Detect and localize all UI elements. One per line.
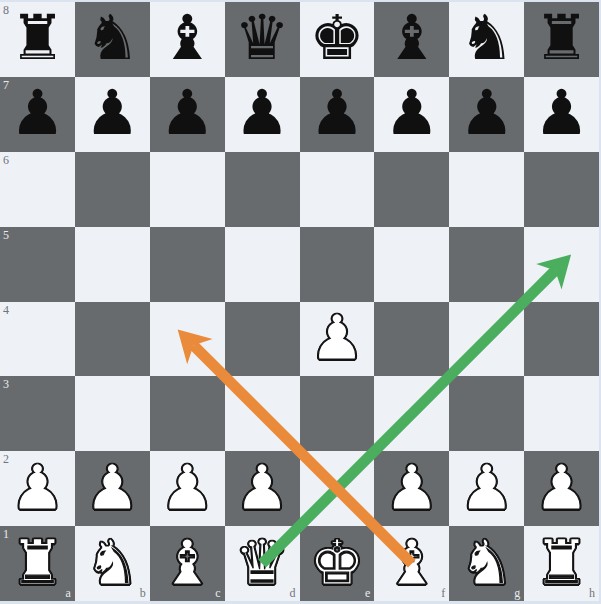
square-g6[interactable] [449, 152, 524, 227]
square-d5[interactable] [225, 227, 300, 302]
square-a3[interactable] [0, 376, 75, 451]
white-pawn[interactable]: ♟ [159, 457, 215, 519]
square-e1[interactable]: ♚ [300, 526, 375, 601]
black-bishop[interactable]: ♝ [159, 7, 215, 69]
white-king[interactable]: ♚ [309, 532, 365, 594]
black-pawn[interactable]: ♟ [459, 82, 515, 144]
white-rook[interactable]: ♜ [534, 532, 590, 594]
white-bishop[interactable]: ♝ [159, 532, 215, 594]
square-b8[interactable]: ♞ [75, 2, 150, 77]
black-pawn[interactable]: ♟ [309, 82, 365, 144]
black-queen[interactable]: ♛ [234, 7, 290, 69]
square-b5[interactable] [75, 227, 150, 302]
white-pawn[interactable]: ♟ [384, 457, 440, 519]
square-f6[interactable] [374, 152, 449, 227]
white-pawn[interactable]: ♟ [10, 457, 66, 519]
square-h5[interactable] [524, 227, 599, 302]
square-f3[interactable] [374, 376, 449, 451]
square-e4[interactable]: ♟ [300, 302, 375, 377]
square-d4[interactable] [225, 302, 300, 377]
white-pawn[interactable]: ♟ [459, 457, 515, 519]
black-pawn[interactable]: ♟ [534, 82, 590, 144]
square-g4[interactable] [449, 302, 524, 377]
square-e5[interactable] [300, 227, 375, 302]
square-a5[interactable] [0, 227, 75, 302]
square-a2[interactable]: ♟ [0, 451, 75, 526]
square-h8[interactable]: ♜ [524, 2, 599, 77]
square-d2[interactable]: ♟ [225, 451, 300, 526]
black-rook[interactable]: ♜ [534, 7, 590, 69]
square-b7[interactable]: ♟ [75, 77, 150, 152]
square-h1[interactable]: ♜ [524, 526, 599, 601]
white-knight[interactable]: ♞ [85, 532, 141, 594]
square-g2[interactable]: ♟ [449, 451, 524, 526]
square-f4[interactable] [374, 302, 449, 377]
square-e6[interactable] [300, 152, 375, 227]
square-b4[interactable] [75, 302, 150, 377]
white-pawn[interactable]: ♟ [534, 457, 590, 519]
square-e3[interactable] [300, 376, 375, 451]
square-c4[interactable] [150, 302, 225, 377]
square-g5[interactable] [449, 227, 524, 302]
white-queen[interactable]: ♛ [234, 532, 290, 594]
black-bishop[interactable]: ♝ [384, 7, 440, 69]
white-pawn[interactable]: ♟ [85, 457, 141, 519]
square-d3[interactable] [225, 376, 300, 451]
black-rook[interactable]: ♜ [10, 7, 66, 69]
square-e2[interactable] [300, 451, 375, 526]
square-f1[interactable]: ♝ [374, 526, 449, 601]
square-c7[interactable]: ♟ [150, 77, 225, 152]
square-h4[interactable] [524, 302, 599, 377]
square-b2[interactable]: ♟ [75, 451, 150, 526]
black-knight[interactable]: ♞ [85, 7, 141, 69]
square-f5[interactable] [374, 227, 449, 302]
white-pawn[interactable]: ♟ [234, 457, 290, 519]
white-knight[interactable]: ♞ [459, 532, 515, 594]
white-pawn[interactable]: ♟ [309, 307, 365, 369]
square-e8[interactable]: ♚ [300, 2, 375, 77]
square-a6[interactable] [0, 152, 75, 227]
square-b6[interactable] [75, 152, 150, 227]
square-c2[interactable]: ♟ [150, 451, 225, 526]
square-a4[interactable] [0, 302, 75, 377]
square-c3[interactable] [150, 376, 225, 451]
square-h7[interactable]: ♟ [524, 77, 599, 152]
square-f8[interactable]: ♝ [374, 2, 449, 77]
square-g3[interactable] [449, 376, 524, 451]
square-b1[interactable]: ♞ [75, 526, 150, 601]
square-h3[interactable] [524, 376, 599, 451]
white-bishop[interactable]: ♝ [384, 532, 440, 594]
square-a7[interactable]: ♟ [0, 77, 75, 152]
square-c6[interactable] [150, 152, 225, 227]
square-f2[interactable]: ♟ [374, 451, 449, 526]
black-pawn[interactable]: ♟ [384, 82, 440, 144]
square-e7[interactable]: ♟ [300, 77, 375, 152]
square-d1[interactable]: ♛ [225, 526, 300, 601]
square-f7[interactable]: ♟ [374, 77, 449, 152]
square-g8[interactable]: ♞ [449, 2, 524, 77]
square-h2[interactable]: ♟ [524, 451, 599, 526]
chess-board: ♜♞♝♛♚♝♞♜♟♟♟♟♟♟♟♟♟♟♟♟♟♟♟♟♜♞♝♛♚♝♞♜ [0, 2, 599, 601]
black-pawn[interactable]: ♟ [85, 82, 141, 144]
black-pawn[interactable]: ♟ [159, 82, 215, 144]
black-king[interactable]: ♚ [309, 7, 365, 69]
square-b3[interactable] [75, 376, 150, 451]
square-c5[interactable] [150, 227, 225, 302]
black-pawn[interactable]: ♟ [10, 82, 66, 144]
square-h6[interactable] [524, 152, 599, 227]
square-d8[interactable]: ♛ [225, 2, 300, 77]
black-pawn[interactable]: ♟ [234, 82, 290, 144]
square-g7[interactable]: ♟ [449, 77, 524, 152]
square-c8[interactable]: ♝ [150, 2, 225, 77]
square-a1[interactable]: ♜ [0, 526, 75, 601]
black-knight[interactable]: ♞ [459, 7, 515, 69]
square-g1[interactable]: ♞ [449, 526, 524, 601]
square-a8[interactable]: ♜ [0, 2, 75, 77]
white-rook[interactable]: ♜ [10, 532, 66, 594]
board-container: ♜♞♝♛♚♝♞♜♟♟♟♟♟♟♟♟♟♟♟♟♟♟♟♟♜♞♝♛♚♝♞♜ 8765432… [0, 0, 601, 604]
square-d6[interactable] [225, 152, 300, 227]
square-d7[interactable]: ♟ [225, 77, 300, 152]
square-c1[interactable]: ♝ [150, 526, 225, 601]
